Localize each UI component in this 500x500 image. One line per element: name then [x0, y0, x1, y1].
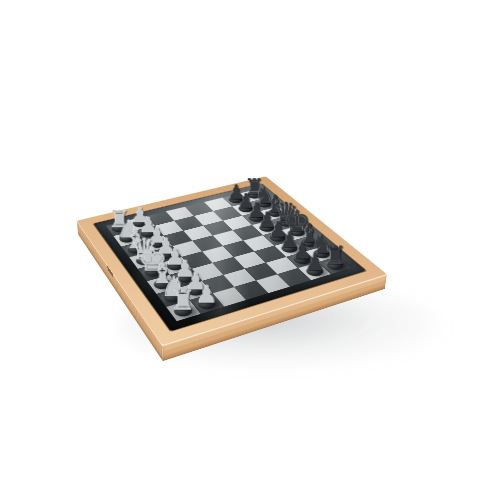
drawer-notch — [107, 265, 113, 278]
piece-base-h7 — [303, 265, 326, 278]
piece-base-d2 — [155, 249, 176, 261]
piece-base-g1 — [161, 290, 184, 304]
piece-base-c8 — [264, 208, 284, 218]
piece-base-f2 — [174, 271, 197, 284]
piece-base-e8 — [286, 227, 307, 238]
piece-base-f7 — [278, 243, 300, 255]
piece-base-f8 — [298, 237, 320, 248]
piece-base-h8 — [323, 259, 346, 271]
piece-base-b2 — [138, 228, 158, 239]
piece-base-g8 — [310, 248, 333, 260]
product-photo-stage: ♜♞♝♛♚♝♞♜♟♟♟♟♟♟♟♟♜♞♝♛♚♝♞♜♟♟♟♟♟♟♟♟ — [0, 0, 500, 500]
piece-base-f1 — [152, 278, 175, 291]
piece-base-b8 — [254, 199, 274, 208]
piece-base-b7 — [236, 204, 256, 214]
piece-base-a1 — [110, 223, 130, 234]
piece-base-g2 — [184, 284, 207, 298]
piece-base-d1 — [134, 254, 156, 266]
piece-base-h1 — [171, 303, 195, 318]
piece-base-a8 — [244, 191, 263, 200]
piece-base-c7 — [246, 213, 266, 223]
piece-base-h2 — [195, 296, 219, 310]
piece-base-d7 — [256, 222, 277, 233]
piece-base-a2 — [131, 218, 151, 228]
piece-base-g7 — [290, 254, 313, 266]
piece-base-c1 — [126, 243, 147, 255]
piece-base-c2 — [147, 238, 168, 249]
piece-base-e2 — [165, 260, 187, 272]
piece-base-d8 — [275, 218, 296, 228]
piece-base-e1 — [143, 266, 165, 279]
piece-base-a7 — [226, 195, 245, 204]
piece-base-e7 — [267, 232, 289, 243]
piece-base-b1 — [118, 233, 138, 244]
